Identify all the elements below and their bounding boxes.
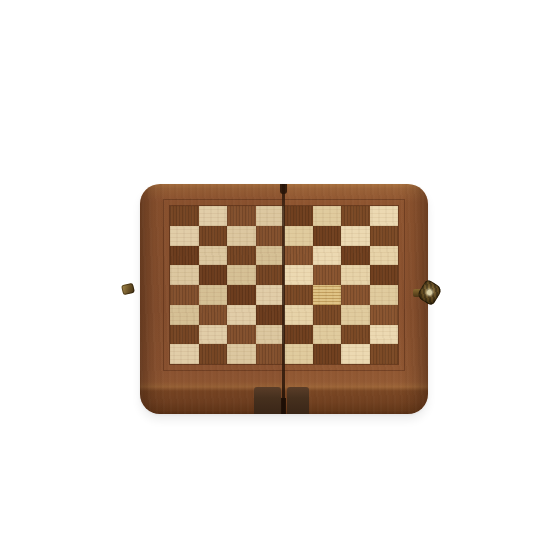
square-f1 — [313, 344, 342, 364]
hinge-wood-block-left — [254, 387, 281, 414]
square-g2 — [341, 325, 370, 345]
fold-seam-top-gap — [280, 184, 287, 194]
square-c6 — [227, 246, 256, 266]
square-g7 — [341, 226, 370, 246]
square-c8 — [227, 206, 256, 226]
square-h8 — [370, 206, 399, 226]
square-f4 — [313, 285, 342, 305]
square-a3 — [170, 305, 199, 325]
brass-clasp-head — [416, 279, 443, 307]
square-b6 — [199, 246, 228, 266]
square-c4 — [227, 285, 256, 305]
square-d3 — [256, 305, 285, 325]
square-g6 — [341, 246, 370, 266]
square-e6 — [284, 246, 313, 266]
square-e8 — [284, 206, 313, 226]
square-g8 — [341, 206, 370, 226]
photo-backdrop — [0, 0, 550, 550]
square-a5 — [170, 265, 199, 285]
square-d6 — [256, 246, 285, 266]
square-a8 — [170, 206, 199, 226]
square-h4 — [370, 285, 399, 305]
square-b8 — [199, 206, 228, 226]
square-b5 — [199, 265, 228, 285]
square-h5 — [370, 265, 399, 285]
fold-seam — [282, 184, 285, 414]
square-f7 — [313, 226, 342, 246]
square-f2 — [313, 325, 342, 345]
square-b7 — [199, 226, 228, 246]
square-d1 — [256, 344, 285, 364]
square-f8 — [313, 206, 342, 226]
square-g1 — [341, 344, 370, 364]
square-d2 — [256, 325, 285, 345]
square-f3 — [313, 305, 342, 325]
brass-catch-pin-body — [121, 283, 135, 296]
square-e3 — [284, 305, 313, 325]
square-h3 — [370, 305, 399, 325]
square-b4 — [199, 285, 228, 305]
square-h2 — [370, 325, 399, 345]
folding-chess-box — [140, 184, 428, 414]
square-a1 — [170, 344, 199, 364]
square-e1 — [284, 344, 313, 364]
square-b3 — [199, 305, 228, 325]
brass-clasp — [413, 276, 443, 312]
square-c3 — [227, 305, 256, 325]
square-d4 — [256, 285, 285, 305]
square-h7 — [370, 226, 399, 246]
square-c7 — [227, 226, 256, 246]
square-b2 — [199, 325, 228, 345]
square-e4 — [284, 285, 313, 305]
square-h6 — [370, 246, 399, 266]
square-c2 — [227, 325, 256, 345]
square-b1 — [199, 344, 228, 364]
square-h1 — [370, 344, 399, 364]
square-f6 — [313, 246, 342, 266]
square-g3 — [341, 305, 370, 325]
square-a7 — [170, 226, 199, 246]
square-a6 — [170, 246, 199, 266]
square-a4 — [170, 285, 199, 305]
square-f5 — [313, 265, 342, 285]
square-e7 — [284, 226, 313, 246]
square-a2 — [170, 325, 199, 345]
square-c5 — [227, 265, 256, 285]
square-d8 — [256, 206, 285, 226]
square-d5 — [256, 265, 285, 285]
fold-seam-bottom-gap — [281, 398, 286, 414]
square-e5 — [284, 265, 313, 285]
square-g4 — [341, 285, 370, 305]
square-e2 — [284, 325, 313, 345]
hinge-wood-block-right — [287, 387, 309, 414]
brass-catch-pin — [121, 283, 135, 295]
square-d7 — [256, 226, 285, 246]
square-c1 — [227, 344, 256, 364]
square-g5 — [341, 265, 370, 285]
